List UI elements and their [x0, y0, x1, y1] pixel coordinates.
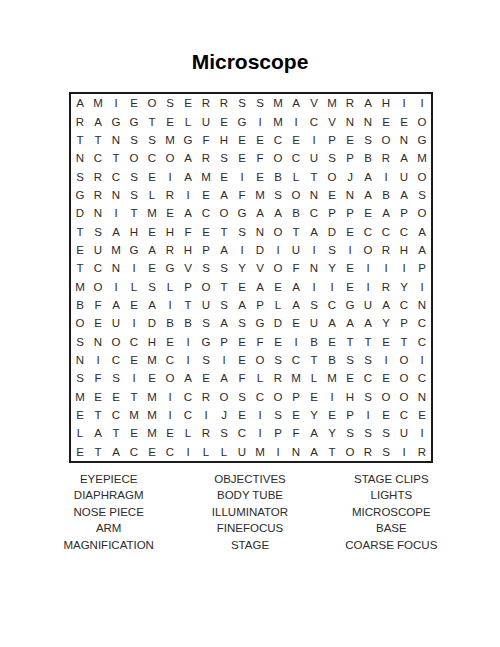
grid-cell: I	[323, 278, 341, 296]
grid-cell: S	[413, 186, 431, 204]
grid-cell: N	[413, 388, 431, 406]
grid-cell: O	[287, 186, 305, 204]
grid-cell: C	[305, 204, 323, 222]
grid-cell: Y	[323, 424, 341, 442]
grid-cell: U	[197, 112, 215, 130]
grid-cell: T	[89, 443, 107, 461]
grid-cell: A	[179, 167, 197, 185]
grid-cell: Y	[323, 259, 341, 277]
grid-cell: O	[395, 388, 413, 406]
grid-cell: T	[305, 167, 323, 185]
grid-cell: A	[251, 278, 269, 296]
grid-cell: H	[395, 241, 413, 259]
word-list-item: MICROSCOPE	[321, 504, 462, 520]
grid-cell: S	[71, 369, 89, 387]
grid-cell: E	[251, 167, 269, 185]
grid-cell: E	[143, 222, 161, 240]
grid-cell: F	[233, 369, 251, 387]
grid-cell: I	[287, 112, 305, 130]
word-list-item: DIAPHRAGM	[38, 487, 179, 503]
grid-cell: A	[71, 94, 89, 112]
grid-cell: E	[269, 333, 287, 351]
grid-cell: A	[287, 94, 305, 112]
grid-cell: E	[287, 314, 305, 332]
grid-cell: O	[413, 204, 431, 222]
grid-cell: C	[107, 406, 125, 424]
grid-cell: E	[377, 369, 395, 387]
grid-cell: B	[305, 333, 323, 351]
grid-cell: E	[179, 94, 197, 112]
grid-cell: M	[107, 241, 125, 259]
grid-cell: V	[323, 112, 341, 130]
grid-cell: E	[143, 443, 161, 461]
grid-cell: S	[143, 131, 161, 149]
grid-cell: O	[107, 333, 125, 351]
grid-cell: A	[305, 222, 323, 240]
grid-cell: A	[359, 314, 377, 332]
grid-cell: C	[251, 388, 269, 406]
grid-cell: O	[269, 388, 287, 406]
grid-cell: S	[269, 406, 287, 424]
grid-cell: A	[269, 204, 287, 222]
grid-cell: C	[359, 369, 377, 387]
grid-cell: S	[269, 186, 287, 204]
grid-cell: D	[251, 241, 269, 259]
grid-cell: E	[125, 351, 143, 369]
grid-cell: B	[71, 296, 89, 314]
grid-cell: C	[161, 443, 179, 461]
grid-cell: U	[233, 443, 251, 461]
grid-cell: B	[323, 351, 341, 369]
grid-cell: D	[71, 204, 89, 222]
grid-cell: M	[161, 131, 179, 149]
grid-cell: M	[143, 204, 161, 222]
grid-cell: I	[179, 443, 197, 461]
word-search-grid: AMIEOSERRSSMAVMRAHIIRAGGTELUEGIMICVNNEEO…	[69, 92, 433, 463]
grid-cell: I	[161, 406, 179, 424]
grid-cell: M	[251, 443, 269, 461]
grid-cell: A	[359, 167, 377, 185]
grid-cell: A	[179, 369, 197, 387]
grid-cell: S	[341, 424, 359, 442]
grid-cell: I	[89, 351, 107, 369]
grid-cell: A	[233, 296, 251, 314]
grid-cell: O	[269, 149, 287, 167]
grid-cell: C	[413, 333, 431, 351]
grid-cell: O	[413, 112, 431, 130]
grid-cell: U	[305, 314, 323, 332]
grid-cell: S	[377, 443, 395, 461]
grid-cell: C	[89, 259, 107, 277]
grid-cell: A	[323, 314, 341, 332]
grid-cell: O	[341, 443, 359, 461]
grid-cell: N	[107, 186, 125, 204]
grid-cell: S	[359, 131, 377, 149]
grid-cell: M	[323, 94, 341, 112]
grid-cell: O	[89, 278, 107, 296]
grid-cell: E	[143, 259, 161, 277]
grid-cell: E	[71, 241, 89, 259]
grid-cell: I	[395, 443, 413, 461]
grid-cell: Y	[395, 278, 413, 296]
grid-cell: C	[161, 351, 179, 369]
grid-cell: M	[251, 186, 269, 204]
grid-cell: Y	[377, 314, 395, 332]
grid-cell: S	[71, 333, 89, 351]
grid-cell: H	[125, 222, 143, 240]
grid-cell: G	[197, 333, 215, 351]
grid-cell: E	[161, 333, 179, 351]
grid-cell: P	[341, 149, 359, 167]
grid-cell: U	[89, 241, 107, 259]
grid-cell: C	[413, 369, 431, 387]
grid-cell: O	[143, 94, 161, 112]
grid-cell: O	[215, 388, 233, 406]
grid-cell: P	[287, 388, 305, 406]
grid-cell: M	[269, 112, 287, 130]
grid-cell: O	[161, 369, 179, 387]
grid-cell: R	[377, 149, 395, 167]
grid-cell: E	[233, 333, 251, 351]
grid-cell: P	[395, 204, 413, 222]
grid-cell: A	[359, 94, 377, 112]
grid-cell: L	[161, 278, 179, 296]
grid-cell: H	[161, 222, 179, 240]
grid-cell: A	[179, 204, 197, 222]
grid-cell: L	[287, 167, 305, 185]
grid-cell: M	[125, 406, 143, 424]
grid-cell: T	[179, 296, 197, 314]
grid-cell: I	[179, 351, 197, 369]
grid-cell: E	[341, 369, 359, 387]
worksheet-page: Microscope AMIEOSERRSSMAVMRAHIIRAGGTELUE…	[0, 0, 500, 647]
word-list-column-2: OBJECTIVESBODY TUBEILLUMINATORFINEFOCUSS…	[179, 471, 320, 553]
grid-cell: R	[359, 443, 377, 461]
grid-cell: S	[107, 369, 125, 387]
grid-cell: A	[107, 296, 125, 314]
grid-cell: L	[71, 424, 89, 442]
word-list-item: STAGE	[179, 537, 320, 553]
grid-cell: L	[305, 369, 323, 387]
grid-cell: A	[395, 186, 413, 204]
grid-cell: O	[359, 241, 377, 259]
grid-cell: S	[377, 424, 395, 442]
grid-cell: I	[323, 388, 341, 406]
grid-cell: D	[269, 314, 287, 332]
grid-cell: R	[341, 94, 359, 112]
grid-cell: T	[143, 112, 161, 130]
word-list-item: MAGNIFICATION	[38, 537, 179, 553]
grid-cell: I	[269, 443, 287, 461]
grid-cell: A	[413, 222, 431, 240]
grid-cell: C	[269, 131, 287, 149]
word-list-item: ILLUMINATOR	[179, 504, 320, 520]
grid-cell: A	[413, 241, 431, 259]
grid-cell: A	[287, 278, 305, 296]
grid-cell: I	[125, 314, 143, 332]
grid-cell: I	[197, 406, 215, 424]
grid-cell: A	[287, 296, 305, 314]
grid-cell: E	[395, 112, 413, 130]
grid-cell: O	[161, 149, 179, 167]
grid-cell: S	[197, 351, 215, 369]
grid-cell: E	[89, 314, 107, 332]
grid-cell: A	[143, 241, 161, 259]
grid-cell: N	[89, 204, 107, 222]
grid-cell: F	[233, 186, 251, 204]
grid-cell: A	[107, 222, 125, 240]
grid-cell: S	[251, 94, 269, 112]
grid-cell: S	[215, 149, 233, 167]
grid-cell: C	[395, 296, 413, 314]
grid-cell: I	[107, 94, 125, 112]
grid-cell: N	[71, 149, 89, 167]
grid-cell: A	[251, 204, 269, 222]
grid-cell: P	[341, 406, 359, 424]
grid-cell: I	[233, 167, 251, 185]
grid-cell: E	[107, 388, 125, 406]
word-list-item: FINEFOCUS	[179, 520, 320, 536]
grid-cell: H	[179, 241, 197, 259]
grid-cell: N	[305, 259, 323, 277]
grid-cell: S	[233, 94, 251, 112]
grid-cell: I	[269, 241, 287, 259]
grid-cell: S	[233, 314, 251, 332]
grid-cell: Y	[305, 406, 323, 424]
grid-cell: A	[377, 296, 395, 314]
grid-cell: G	[233, 204, 251, 222]
grid-cell: R	[71, 112, 89, 130]
grid-cell: S	[215, 424, 233, 442]
grid-cell: I	[233, 241, 251, 259]
grid-cell: E	[287, 406, 305, 424]
grid-cell: T	[215, 278, 233, 296]
grid-cell: I	[287, 333, 305, 351]
grid-cell: P	[323, 204, 341, 222]
grid-cell: N	[413, 296, 431, 314]
grid-cell: R	[377, 278, 395, 296]
grid-cell: L	[143, 186, 161, 204]
grid-cell: E	[233, 406, 251, 424]
grid-cell: E	[341, 278, 359, 296]
grid-cell: T	[305, 351, 323, 369]
grid-cell: I	[377, 259, 395, 277]
grid-cell: R	[197, 149, 215, 167]
grid-cell: T	[89, 406, 107, 424]
grid-cell: I	[359, 278, 377, 296]
grid-cell: P	[413, 259, 431, 277]
grid-cell: U	[395, 424, 413, 442]
grid-cell: E	[71, 406, 89, 424]
word-list-item: COARSE FOCUS	[321, 537, 462, 553]
grid-cell: T	[71, 259, 89, 277]
grid-cell: P	[341, 204, 359, 222]
grid-cell: P	[395, 314, 413, 332]
grid-cell: J	[341, 167, 359, 185]
grid-cell: N	[71, 351, 89, 369]
grid-cell: C	[377, 222, 395, 240]
grid-cell: E	[125, 296, 143, 314]
grid-cell: O	[395, 369, 413, 387]
grid-cell: E	[233, 278, 251, 296]
grid-cell: E	[161, 204, 179, 222]
grid-cell: J	[215, 406, 233, 424]
grid-cell: E	[89, 388, 107, 406]
grid-cell: A	[377, 204, 395, 222]
grid-cell: E	[413, 406, 431, 424]
grid-cell: L	[251, 369, 269, 387]
word-list-item: NOSE PIECE	[38, 504, 179, 520]
grid-cell: I	[251, 112, 269, 130]
grid-cell: A	[215, 369, 233, 387]
grid-cell: E	[125, 94, 143, 112]
grid-cell: P	[197, 241, 215, 259]
grid-cell: A	[305, 424, 323, 442]
grid-cell: A	[89, 112, 107, 130]
grid-cell: E	[269, 278, 287, 296]
grid-cell: S	[215, 296, 233, 314]
grid-cell: D	[143, 314, 161, 332]
grid-cell: E	[143, 167, 161, 185]
grid-cell: E	[71, 443, 89, 461]
grid-cell: A	[143, 296, 161, 314]
grid-cell: I	[377, 167, 395, 185]
grid-cell: F	[251, 149, 269, 167]
grid-cell: E	[161, 424, 179, 442]
grid-cell: S	[89, 222, 107, 240]
grid-cell: C	[125, 443, 143, 461]
grid-cell: B	[359, 149, 377, 167]
grid-cell: O	[269, 222, 287, 240]
grid-cell: M	[413, 149, 431, 167]
grid-cell: I	[161, 388, 179, 406]
grid-cell: N	[287, 443, 305, 461]
grid-cell: I	[125, 369, 143, 387]
grid-cell: I	[413, 424, 431, 442]
grid-cell: S	[269, 351, 287, 369]
grid-cell: I	[413, 278, 431, 296]
grid-cell: O	[377, 388, 395, 406]
grid-cell: L	[179, 424, 197, 442]
grid-cell: E	[377, 112, 395, 130]
grid-cell: R	[197, 94, 215, 112]
grid-cell: C	[179, 406, 197, 424]
grid-cell: S	[197, 259, 215, 277]
word-list-item: EYEPIECE	[38, 471, 179, 487]
grid-cell: S	[359, 351, 377, 369]
grid-cell: S	[197, 314, 215, 332]
grid-cell: U	[359, 296, 377, 314]
grid-cell: E	[341, 131, 359, 149]
grid-cell: C	[179, 388, 197, 406]
grid-cell: O	[215, 204, 233, 222]
grid-cell: R	[197, 424, 215, 442]
grid-cell: C	[125, 333, 143, 351]
word-list-item: STAGE CLIPS	[321, 471, 462, 487]
grid-cell: T	[341, 333, 359, 351]
grid-cell: C	[413, 314, 431, 332]
grid-cell: I	[305, 278, 323, 296]
grid-cell: L	[179, 112, 197, 130]
grid-cell: I	[161, 167, 179, 185]
grid-cell: R	[413, 443, 431, 461]
grid-cell: C	[143, 149, 161, 167]
grid-cell: M	[71, 388, 89, 406]
grid-cell: E	[197, 369, 215, 387]
grid-cell: O	[71, 314, 89, 332]
grid-cell: C	[287, 351, 305, 369]
grid-cell: G	[251, 314, 269, 332]
grid-cell: I	[395, 94, 413, 112]
grid-cell: L	[215, 443, 233, 461]
grid-cell: M	[71, 278, 89, 296]
grid-cell: I	[305, 131, 323, 149]
grid-cell: I	[107, 278, 125, 296]
grid-cell: E	[287, 131, 305, 149]
grid-cell: A	[305, 443, 323, 461]
grid-cell: N	[107, 131, 125, 149]
grid-cell: I	[215, 351, 233, 369]
word-list-item: OBJECTIVES	[179, 471, 320, 487]
grid-cell: S	[305, 296, 323, 314]
grid-cell: C	[323, 296, 341, 314]
grid-cell: G	[179, 131, 197, 149]
grid-cell: U	[305, 149, 323, 167]
grid-cell: P	[251, 296, 269, 314]
grid-cell: R	[89, 167, 107, 185]
grid-cell: C	[395, 406, 413, 424]
grid-cell: V	[305, 94, 323, 112]
grid-cell: D	[323, 222, 341, 240]
grid-cell: N	[341, 112, 359, 130]
grid-cell: P	[323, 131, 341, 149]
grid-cell: H	[215, 131, 233, 149]
word-list-column-1: EYEPIECEDIAPHRAGMNOSE PIECEARMMAGNIFICAT…	[38, 471, 179, 553]
grid-cell: E	[323, 333, 341, 351]
grid-cell: I	[413, 94, 431, 112]
grid-cell: T	[125, 388, 143, 406]
grid-cell: E	[305, 388, 323, 406]
grid-cell: O	[413, 167, 431, 185]
grid-cell: S	[125, 167, 143, 185]
grid-cell: T	[215, 222, 233, 240]
grid-cell: C	[89, 149, 107, 167]
grid-cell: F	[179, 222, 197, 240]
grid-cell: O	[395, 351, 413, 369]
word-list-item: ARM	[38, 520, 179, 536]
grid-cell: C	[233, 424, 251, 442]
grid-cell: N	[305, 186, 323, 204]
grid-cell: B	[269, 167, 287, 185]
word-list: EYEPIECEDIAPHRAGMNOSE PIECEARMMAGNIFICAT…	[38, 471, 462, 553]
grid-cell: E	[197, 222, 215, 240]
grid-cell: F	[251, 333, 269, 351]
grid-cell: T	[395, 333, 413, 351]
grid-cell: M	[143, 351, 161, 369]
grid-cell: R	[161, 241, 179, 259]
word-list-item: BASE	[321, 520, 462, 536]
grid-cell: A	[215, 186, 233, 204]
grid-cell: I	[107, 204, 125, 222]
grid-cell: N	[359, 112, 377, 130]
grid-cell: I	[161, 296, 179, 314]
grid-cell: S	[215, 259, 233, 277]
grid-cell: B	[287, 204, 305, 222]
grid-cell: I	[359, 406, 377, 424]
grid-cell: E	[251, 131, 269, 149]
grid-cell: R	[215, 94, 233, 112]
grid-cell: R	[377, 241, 395, 259]
